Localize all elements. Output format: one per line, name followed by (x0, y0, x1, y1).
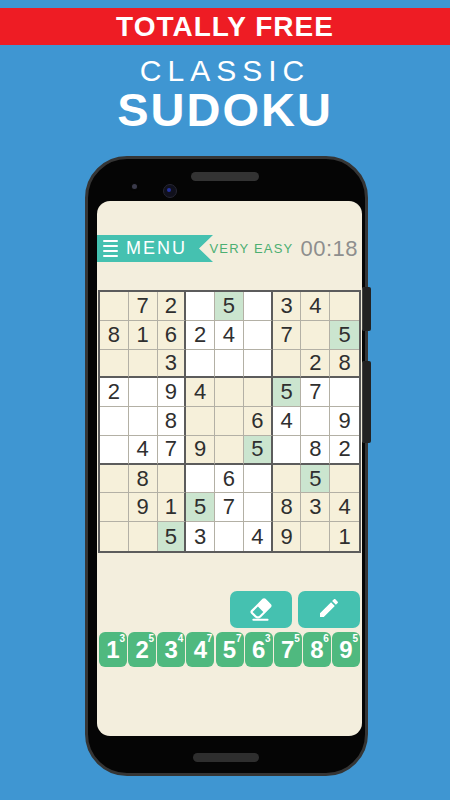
sudoku-cell-r5c9[interactable]: 9 (330, 407, 359, 436)
number-button-9[interactable]: 95 (332, 632, 360, 667)
number-button-3[interactable]: 34 (157, 632, 185, 667)
difficulty-label: VERY EASY (209, 241, 293, 256)
number-button-count: 7 (207, 633, 213, 644)
sudoku-cell-r3c1[interactable] (100, 350, 129, 379)
hamburger-icon (103, 240, 118, 258)
sudoku-cell-r8c4[interactable]: 5 (186, 493, 215, 522)
sudoku-cell-r9c9[interactable]: 1 (330, 522, 359, 551)
phone-volume-button (362, 361, 371, 443)
sudoku-cell-r2c2[interactable]: 1 (129, 321, 158, 350)
sudoku-cell-r4c7[interactable]: 5 (273, 378, 302, 407)
sudoku-cell-r5c3[interactable]: 8 (158, 407, 187, 436)
sudoku-cell-r9c7[interactable]: 9 (273, 522, 302, 551)
sudoku-cell-r6c5[interactable] (215, 436, 244, 465)
sudoku-cell-r7c9[interactable] (330, 465, 359, 494)
number-button-count: 5 (352, 633, 358, 644)
pencil-icon (317, 596, 341, 623)
sudoku-cell-r3c3[interactable]: 3 (158, 350, 187, 379)
sudoku-cell-r9c6[interactable]: 4 (244, 522, 273, 551)
sudoku-cell-r3c7[interactable] (273, 350, 302, 379)
sudoku-cell-r2c6[interactable] (244, 321, 273, 350)
sudoku-cell-r5c8[interactable] (301, 407, 330, 436)
sudoku-cell-r9c4[interactable]: 3 (186, 522, 215, 551)
sudoku-cell-r4c8[interactable]: 7 (301, 378, 330, 407)
eraser-icon (248, 595, 274, 624)
bottom-speaker (193, 753, 259, 762)
sudoku-cell-r8c5[interactable]: 7 (215, 493, 244, 522)
number-button-count: 6 (323, 633, 329, 644)
sudoku-cell-r8c1[interactable] (100, 493, 129, 522)
sudoku-cell-r6c8[interactable]: 8 (301, 436, 330, 465)
sudoku-cell-r3c5[interactable] (215, 350, 244, 379)
sudoku-cell-r8c7[interactable]: 8 (273, 493, 302, 522)
sudoku-cell-r6c1[interactable] (100, 436, 129, 465)
sudoku-cell-r5c7[interactable]: 4 (273, 407, 302, 436)
sudoku-cell-r6c9[interactable]: 2 (330, 436, 359, 465)
sudoku-cell-r8c9[interactable]: 4 (330, 493, 359, 522)
front-camera-lens (163, 184, 177, 198)
sudoku-cell-r4c3[interactable]: 9 (158, 378, 187, 407)
sudoku-cell-r1c7[interactable]: 3 (273, 292, 302, 321)
number-button-6[interactable]: 63 (245, 632, 273, 667)
number-button-count: 7 (236, 633, 242, 644)
sudoku-cell-r5c4[interactable] (186, 407, 215, 436)
menu-button[interactable]: MENU (97, 235, 213, 262)
sudoku-cell-r4c2[interactable] (129, 378, 158, 407)
timer-label: 00:18 (300, 236, 358, 262)
sudoku-cell-r7c3[interactable] (158, 465, 187, 494)
sudoku-cell-r2c7[interactable]: 7 (273, 321, 302, 350)
sudoku-cell-r5c2[interactable] (129, 407, 158, 436)
sudoku-cell-r6c3[interactable]: 7 (158, 436, 187, 465)
sudoku-cell-r2c1[interactable]: 8 (100, 321, 129, 350)
sudoku-cell-r1c2[interactable]: 7 (129, 292, 158, 321)
number-button-1[interactable]: 13 (99, 632, 127, 667)
sudoku-cell-r9c8[interactable] (301, 522, 330, 551)
sudoku-cell-r1c4[interactable] (186, 292, 215, 321)
sudoku-cell-r6c7[interactable] (273, 436, 302, 465)
sudoku-cell-r1c8[interactable]: 4 (301, 292, 330, 321)
number-pad: 132534475763758695 (99, 632, 360, 667)
title-sudoku: SUDOKU (0, 82, 450, 137)
number-button-8[interactable]: 86 (303, 632, 331, 667)
status-row: VERY EASY 00:18 (209, 235, 358, 262)
sudoku-cell-r2c8[interactable] (301, 321, 330, 350)
sudoku-cell-r1c6[interactable] (244, 292, 273, 321)
sudoku-cell-r7c4[interactable] (186, 465, 215, 494)
menu-label: MENU (126, 238, 187, 259)
sudoku-cell-r9c2[interactable] (129, 522, 158, 551)
pencil-button[interactable] (298, 591, 360, 628)
sudoku-cell-r4c4[interactable]: 4 (186, 378, 215, 407)
number-button-5[interactable]: 57 (216, 632, 244, 667)
phone-power-button (362, 287, 371, 331)
number-button-count: 5 (294, 633, 300, 644)
banner-text: TOTALLY FREE (116, 11, 334, 43)
sudoku-cell-r4c9[interactable] (330, 378, 359, 407)
front-camera-dot (132, 184, 137, 189)
sudoku-cell-r7c6[interactable] (244, 465, 273, 494)
sudoku-cell-r9c5[interactable] (215, 522, 244, 551)
sudoku-grid: 7253481624753282945786494795828659157834… (98, 290, 361, 553)
sudoku-cell-r3c9[interactable]: 8 (330, 350, 359, 379)
sudoku-cell-r4c1[interactable]: 2 (100, 378, 129, 407)
earpiece-speaker (191, 172, 259, 181)
sudoku-cell-r2c3[interactable]: 6 (158, 321, 187, 350)
sudoku-cell-r8c2[interactable]: 9 (129, 493, 158, 522)
number-button-7[interactable]: 75 (274, 632, 302, 667)
sudoku-cell-r3c8[interactable]: 2 (301, 350, 330, 379)
number-button-count: 4 (178, 633, 184, 644)
number-button-count: 5 (149, 633, 155, 644)
number-button-4[interactable]: 47 (186, 632, 214, 667)
sudoku-cell-r6c6[interactable]: 5 (244, 436, 273, 465)
number-button-count: 3 (265, 633, 271, 644)
sudoku-cell-r1c3[interactable]: 2 (158, 292, 187, 321)
sudoku-cell-r7c1[interactable] (100, 465, 129, 494)
sudoku-cell-r3c2[interactable] (129, 350, 158, 379)
sudoku-cell-r2c5[interactable]: 4 (215, 321, 244, 350)
sudoku-cell-r3c4[interactable] (186, 350, 215, 379)
sudoku-cell-r5c6[interactable]: 6 (244, 407, 273, 436)
sudoku-cell-r7c5[interactable]: 6 (215, 465, 244, 494)
sudoku-cell-r8c6[interactable] (244, 493, 273, 522)
sudoku-cell-r4c6[interactable] (244, 378, 273, 407)
number-button-2[interactable]: 25 (128, 632, 156, 667)
sudoku-cell-r2c4[interactable]: 2 (186, 321, 215, 350)
sudoku-cell-r7c2[interactable]: 8 (129, 465, 158, 494)
eraser-button[interactable] (230, 591, 292, 628)
sudoku-cell-r5c5[interactable] (215, 407, 244, 436)
sudoku-cell-r2c9[interactable]: 5 (330, 321, 359, 350)
phone-frame: MENU VERY EASY 00:18 7253481624753282945… (85, 156, 368, 776)
sudoku-cell-r5c1[interactable] (100, 407, 129, 436)
app-screen: MENU VERY EASY 00:18 7253481624753282945… (97, 201, 362, 736)
sudoku-cell-r8c3[interactable]: 1 (158, 493, 187, 522)
sudoku-cell-r9c3[interactable]: 5 (158, 522, 187, 551)
sudoku-cell-r9c1[interactable] (100, 522, 129, 551)
sudoku-cell-r1c5[interactable]: 5 (215, 292, 244, 321)
sudoku-cell-r6c4[interactable]: 9 (186, 436, 215, 465)
sudoku-cell-r7c8[interactable]: 5 (301, 465, 330, 494)
number-button-count: 3 (119, 633, 125, 644)
sudoku-cell-r1c9[interactable] (330, 292, 359, 321)
sudoku-cell-r7c7[interactable] (273, 465, 302, 494)
sudoku-cell-r8c8[interactable]: 3 (301, 493, 330, 522)
sudoku-cell-r6c2[interactable]: 4 (129, 436, 158, 465)
top-banner: TOTALLY FREE (0, 8, 450, 45)
sudoku-cell-r3c6[interactable] (244, 350, 273, 379)
sudoku-cell-r4c5[interactable] (215, 378, 244, 407)
sudoku-cell-r1c1[interactable] (100, 292, 129, 321)
